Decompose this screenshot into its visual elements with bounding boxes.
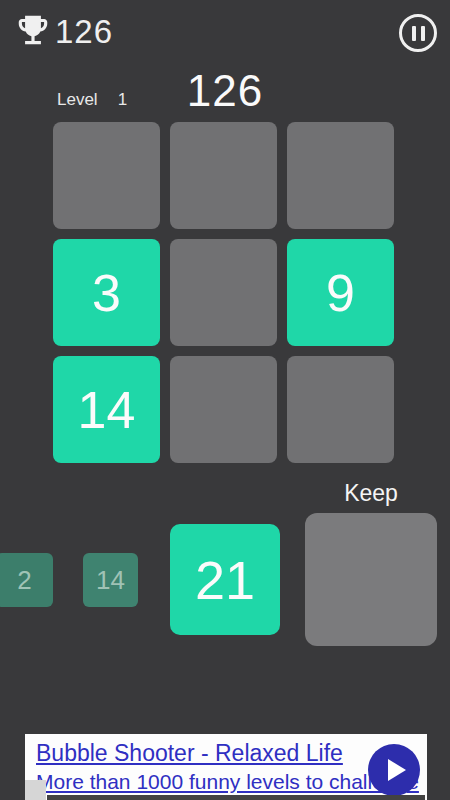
level-label: Level [57, 90, 98, 110]
play-icon [388, 759, 406, 781]
top-bar: 126 [0, 0, 450, 64]
ad-attribution-corner [25, 780, 46, 800]
pause-button[interactable] [399, 14, 437, 52]
board-cell-r2c0[interactable]: 14 [53, 356, 160, 463]
board-cell-r1c1[interactable] [170, 239, 277, 346]
game-screen: 126 126 Level 1 3 9 14 Keep 2 14 21 Bubb… [0, 0, 450, 800]
board-cell-r2c1[interactable] [170, 356, 277, 463]
level-indicator: Level 1 [57, 90, 127, 110]
best-score: 126 [55, 13, 113, 51]
current-tile[interactable]: 21 [170, 524, 280, 635]
ad-banner: Bubble Shooter - Relaxed Life More than … [25, 734, 427, 800]
pause-icon [412, 26, 416, 41]
level-value: 1 [118, 90, 127, 110]
trophy-icon [14, 11, 52, 51]
keep-label: Keep [305, 480, 437, 507]
board-cell-r1c0[interactable]: 3 [53, 239, 160, 346]
ad-cutoff-strip [47, 795, 425, 800]
board-cell-r2c2[interactable] [287, 356, 394, 463]
board-cell-r1c2[interactable]: 9 [287, 239, 394, 346]
queue-tile-2: 2 [0, 553, 53, 607]
ad-subtitle-link[interactable]: More than 1000 funny levels to challenge [36, 770, 419, 794]
board-cell-r0c1[interactable] [170, 122, 277, 229]
ad-title-link[interactable]: Bubble Shooter - Relaxed Life [36, 740, 343, 767]
keep-slot[interactable] [305, 513, 437, 646]
game-board: 3 9 14 [53, 122, 394, 463]
queue-tile-1: 14 [83, 553, 138, 607]
board-cell-r0c2[interactable] [287, 122, 394, 229]
board-cell-r0c0[interactable] [53, 122, 160, 229]
ad-play-button[interactable] [368, 744, 420, 796]
